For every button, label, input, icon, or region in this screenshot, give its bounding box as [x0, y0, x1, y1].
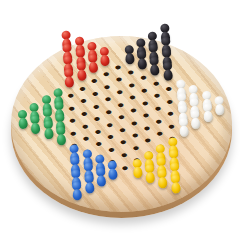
hole-icon: ● — [144, 126, 150, 131]
hole-icon: ● — [141, 88, 147, 93]
hole[interactable]: ● — [103, 121, 116, 128]
hole-icon: ● — [133, 145, 139, 150]
hole[interactable]: ● — [141, 125, 154, 132]
hole[interactable]: ● — [151, 93, 164, 100]
hole[interactable]: ● — [201, 114, 214, 121]
hole[interactable]: ● — [64, 92, 77, 99]
hole[interactable]: ● — [165, 123, 178, 130]
hole[interactable]: ● — [123, 57, 136, 64]
hole-icon: ● — [132, 133, 138, 138]
hole[interactable]: ● — [141, 137, 154, 144]
hole[interactable]: ● — [164, 111, 177, 118]
hole[interactable]: ● — [55, 137, 68, 144]
peg-white[interactable] — [201, 103, 213, 123]
hole-icon: ● — [91, 79, 97, 84]
hole-icon: ● — [143, 113, 149, 118]
hole-icon: ● — [156, 131, 162, 136]
hole[interactable]: ● — [79, 123, 92, 130]
hole-icon: ● — [69, 118, 75, 123]
peg-body — [215, 104, 225, 116]
hole[interactable]: ● — [87, 65, 100, 72]
peg-blue[interactable] — [71, 181, 83, 201]
hole-icon: ● — [129, 95, 135, 100]
hole[interactable]: ● — [136, 62, 149, 69]
hole-icon: ● — [142, 101, 148, 106]
hole[interactable]: ● — [114, 101, 127, 108]
hole[interactable]: ● — [66, 117, 79, 124]
hole[interactable]: ● — [30, 126, 43, 133]
hole[interactable]: ● — [127, 107, 140, 114]
hole-icon: ● — [121, 153, 127, 158]
hole[interactable]: ● — [170, 186, 183, 193]
hole[interactable]: ● — [162, 73, 175, 80]
hole-icon: ● — [127, 70, 133, 75]
hole[interactable]: ● — [140, 112, 153, 119]
hole[interactable]: ● — [150, 80, 163, 87]
hole-icon: ● — [117, 102, 123, 107]
peg-body — [133, 166, 143, 178]
hole-icon: ● — [131, 120, 137, 125]
hole[interactable]: ● — [138, 87, 151, 94]
hole[interactable]: ● — [178, 129, 191, 136]
hole-icon: ● — [94, 117, 100, 122]
hole-icon: ● — [96, 142, 102, 147]
hole[interactable]: ● — [137, 75, 150, 82]
hole[interactable]: ● — [116, 127, 129, 134]
hole[interactable]: ● — [105, 146, 118, 153]
peg-red[interactable] — [99, 47, 111, 67]
hole[interactable]: ● — [104, 134, 117, 141]
hole-icon: ● — [117, 90, 123, 95]
hole[interactable]: ● — [89, 91, 102, 98]
peg-green[interactable] — [55, 126, 67, 146]
peg-body — [100, 55, 110, 67]
hole-icon: ● — [153, 81, 159, 86]
hole-icon: ● — [108, 147, 114, 152]
hole[interactable]: ● — [80, 135, 93, 142]
hole[interactable]: ● — [163, 98, 176, 105]
peg-blue[interactable] — [83, 174, 95, 194]
hole-icon: ● — [92, 91, 98, 96]
hole-icon: ● — [104, 84, 110, 89]
hole[interactable]: ● — [67, 130, 80, 137]
hole-icon: ● — [140, 75, 146, 80]
hole-icon: ● — [82, 124, 88, 129]
hole[interactable]: ● — [76, 85, 89, 92]
peg-body — [179, 125, 189, 137]
hole[interactable]: ● — [17, 121, 30, 128]
hole[interactable]: ● — [115, 114, 128, 121]
hole[interactable]: ● — [130, 145, 143, 152]
hole[interactable]: ● — [139, 100, 152, 107]
hole-icon: ● — [166, 99, 172, 104]
hole-icon: ● — [145, 138, 151, 143]
hole-icon: ● — [79, 86, 85, 91]
peg-body — [65, 76, 75, 88]
hole-icon: ● — [120, 140, 126, 145]
hole[interactable]: ● — [131, 170, 144, 177]
hole[interactable]: ● — [119, 164, 132, 171]
peg-body — [163, 69, 173, 81]
peg-body — [85, 182, 95, 194]
hole[interactable]: ● — [107, 171, 120, 178]
peg-white[interactable] — [213, 96, 225, 116]
peg-yellow[interactable] — [157, 169, 169, 189]
peg-white[interactable] — [178, 117, 190, 137]
peg-body — [108, 168, 118, 180]
peg-black[interactable] — [161, 61, 173, 81]
hole[interactable]: ● — [92, 141, 105, 148]
hole[interactable]: ● — [42, 132, 55, 139]
hole[interactable]: ● — [152, 118, 165, 125]
hole-icon: ● — [116, 77, 122, 82]
hole[interactable]: ● — [162, 85, 175, 92]
hole-icon: ● — [128, 83, 134, 88]
peg-body — [203, 111, 213, 123]
page-background: { "game": "chinese-checkers", "descripti… — [0, 0, 240, 240]
hole[interactable]: ● — [65, 105, 78, 112]
peg-body — [145, 172, 155, 184]
peg-green[interactable] — [30, 115, 42, 135]
peg-red[interactable] — [75, 61, 87, 81]
hole[interactable]: ● — [88, 78, 101, 85]
hole[interactable]: ● — [213, 107, 226, 114]
hole-icon: ● — [80, 99, 86, 104]
photo-canvas: ●●●●●●●●●●●●●●●●●●●●●●●●●●●●●●●●●●●●●●●●… — [0, 0, 240, 240]
peg-blue[interactable] — [95, 167, 107, 187]
peg-body — [88, 62, 98, 74]
peg-red[interactable] — [63, 68, 75, 88]
peg-body — [73, 189, 83, 201]
hole[interactable]: ● — [77, 98, 90, 105]
hole[interactable]: ● — [152, 105, 165, 112]
hole-icon: ● — [168, 124, 174, 129]
peg-green[interactable] — [17, 109, 29, 129]
hole[interactable]: ● — [129, 132, 142, 139]
hole-icon: ● — [67, 93, 73, 98]
hole[interactable]: ● — [113, 76, 126, 83]
hole[interactable]: ● — [99, 58, 112, 65]
hole[interactable]: ● — [90, 103, 103, 110]
peg-body — [57, 134, 67, 146]
peg-yellow[interactable] — [169, 174, 181, 194]
hole-icon: ● — [93, 104, 99, 109]
hole-icon: ● — [115, 65, 121, 70]
hole[interactable]: ● — [125, 82, 138, 89]
hole[interactable]: ● — [102, 109, 115, 116]
hole[interactable]: ● — [149, 67, 162, 74]
hole[interactable]: ● — [153, 130, 166, 137]
hole-icon: ● — [166, 86, 172, 91]
hole-icon: ● — [107, 135, 113, 140]
hole-icon: ● — [83, 136, 89, 141]
peg-body — [138, 58, 148, 70]
hole[interactable]: ● — [190, 121, 203, 128]
peg-black[interactable] — [149, 56, 161, 76]
hole-icon: ● — [167, 111, 173, 116]
hole-icon: ● — [118, 115, 124, 120]
hole[interactable]: ● — [124, 69, 137, 76]
hole-icon: ● — [68, 106, 74, 111]
hole-icon: ● — [106, 122, 112, 127]
hole[interactable]: ● — [75, 73, 88, 80]
peg-green[interactable] — [42, 120, 54, 140]
peg-black[interactable] — [123, 45, 135, 65]
hole-icon: ● — [81, 111, 87, 116]
hole[interactable]: ● — [117, 139, 130, 146]
peg-red[interactable] — [87, 54, 99, 74]
hole-icon: ● — [105, 97, 111, 102]
hole-icon: ● — [119, 127, 125, 132]
peg-body — [77, 69, 87, 81]
hole[interactable]: ● — [100, 71, 113, 78]
hole-icon: ● — [155, 106, 161, 111]
peg-body — [31, 123, 41, 135]
hole-icon: ● — [122, 165, 128, 170]
hole-icon: ● — [154, 93, 160, 98]
hole[interactable]: ● — [101, 83, 114, 90]
hole-icon: ● — [130, 108, 136, 113]
peg-body — [158, 177, 168, 189]
peg-body — [18, 117, 28, 129]
peg-yellow[interactable] — [131, 158, 143, 178]
hole-icon: ● — [106, 109, 112, 114]
hole[interactable]: ● — [113, 89, 126, 96]
hole[interactable]: ● — [144, 175, 157, 182]
peg-blue[interactable] — [107, 160, 119, 180]
hole-icon: ● — [156, 119, 162, 124]
board-grid: ●●●●●●●●●●●●●●●●●●●●●●●●●●●●●●●●●●●●●●●●… — [12, 32, 232, 204]
peg-body — [171, 182, 181, 194]
peg-body — [125, 53, 135, 65]
hole[interactable]: ● — [102, 96, 115, 103]
hole[interactable]: ● — [126, 94, 139, 101]
hole[interactable]: ● — [71, 193, 84, 200]
hole[interactable]: ● — [63, 80, 76, 87]
hole[interactable]: ● — [83, 186, 96, 193]
hole[interactable]: ● — [78, 110, 91, 117]
hole-icon: ● — [95, 129, 101, 134]
peg-body — [96, 175, 106, 187]
hole[interactable]: ● — [112, 64, 125, 71]
hole[interactable]: ● — [157, 181, 170, 188]
peg-black[interactable] — [136, 50, 148, 70]
hole[interactable]: ● — [95, 179, 108, 186]
peg-body — [150, 64, 160, 76]
hole[interactable]: ● — [91, 116, 104, 123]
peg-body — [191, 118, 201, 130]
peg-yellow[interactable] — [144, 164, 156, 184]
hole[interactable]: ● — [128, 119, 141, 126]
peg-white[interactable] — [189, 110, 201, 130]
peg-body — [44, 128, 54, 140]
hole-icon: ● — [70, 131, 76, 136]
hole-icon: ● — [103, 72, 109, 77]
hole[interactable]: ● — [92, 128, 105, 135]
hole[interactable]: ● — [118, 152, 131, 159]
